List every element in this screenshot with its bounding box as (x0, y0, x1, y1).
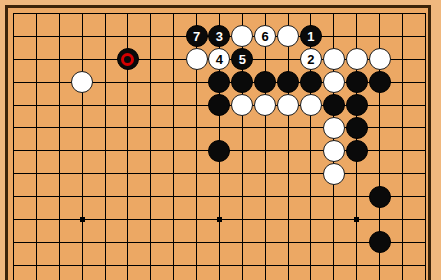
stone-white (323, 71, 345, 93)
stone-white (300, 94, 322, 116)
move-number-label: 4 (216, 53, 223, 66)
stone-black (300, 71, 322, 93)
grid-horizontal-line (13, 196, 426, 197)
move-number-label: 6 (262, 30, 269, 43)
stone-black (346, 94, 368, 116)
stone-black-move-7: 7 (186, 25, 208, 47)
move-number-label: 7 (193, 30, 200, 43)
star-point (80, 217, 85, 222)
grid-vertical-line (402, 13, 403, 280)
stone-black (346, 117, 368, 139)
stone-black (369, 186, 391, 208)
stone-black (346, 71, 368, 93)
grid-vertical-line (82, 13, 83, 280)
stone-white (346, 48, 368, 70)
stone-white (323, 140, 345, 162)
stone-black (323, 94, 345, 116)
star-point (354, 217, 359, 222)
stone-black (369, 231, 391, 253)
grid-vertical-line (265, 13, 266, 280)
grid-vertical-line (425, 13, 426, 280)
stone-white (323, 163, 345, 185)
grid-vertical-line (288, 13, 289, 280)
stone-black (346, 140, 368, 162)
stone-white (369, 48, 391, 70)
move-number-label: 2 (307, 53, 314, 66)
stone-white (277, 94, 299, 116)
star-point (217, 217, 222, 222)
stone-black-marked (117, 48, 139, 70)
stone-white (323, 117, 345, 139)
move-number-label: 5 (239, 53, 246, 66)
grid-horizontal-line (13, 265, 426, 266)
go-board-diagram: 7361452 (0, 0, 441, 280)
move-number-label: 3 (216, 30, 223, 43)
grid-horizontal-line (13, 242, 426, 243)
grid-vertical-line (105, 13, 106, 280)
circle-mark-icon (121, 53, 134, 66)
grid-vertical-line (36, 13, 37, 280)
stone-white (323, 48, 345, 70)
grid-vertical-line (150, 13, 151, 280)
stone-black (369, 71, 391, 93)
grid-horizontal-line (13, 173, 426, 174)
move-number-label: 1 (307, 30, 314, 43)
grid-vertical-line (173, 13, 174, 280)
grid-vertical-line (13, 13, 14, 280)
grid-horizontal-line (13, 13, 426, 14)
stone-black (277, 71, 299, 93)
stone-white (186, 48, 208, 70)
grid-vertical-line (59, 13, 60, 280)
